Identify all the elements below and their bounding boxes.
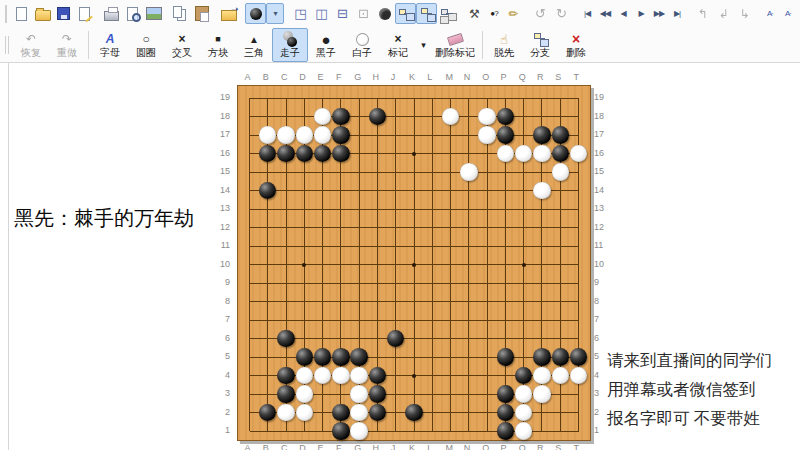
coord-label-left: 7 [200,314,230,324]
black-stone[interactable] [259,145,276,162]
new-file-icon [13,5,31,23]
paste-button[interactable] [191,3,212,24]
play-move-icon [281,32,299,47]
black-stone[interactable] [552,126,569,143]
nav-first-move-icon: |◀ [584,9,590,18]
black-stone[interactable] [332,404,349,421]
nav-forward-icon: ▶ [638,9,643,18]
label-letter-icon: A [106,32,115,47]
coord-label-top: O [482,72,489,82]
coord-label-left: 3 [200,388,230,398]
save-file-icon [55,5,73,23]
mark-square-button[interactable]: ■方块 [200,28,236,62]
white-stone[interactable] [314,108,331,125]
nav-back-fast-button[interactable]: ◀◀ [596,3,614,24]
coord-label-right: 4 [594,370,599,380]
window-split-vertical-button[interactable]: ◫ [311,3,332,24]
redo-icon: ↷ [62,32,72,47]
white-stone[interactable] [570,367,587,384]
black-stone[interactable] [332,422,349,439]
delete-node-label: 删除 [566,48,586,58]
copy-icon [172,5,190,23]
black-stone[interactable] [497,126,514,143]
window-extra-icon: ⊡ [358,6,369,21]
coord-label-bottom: O [482,443,489,450]
paint-brush-button[interactable]: ✏ [503,3,524,24]
coord-label-top: M [446,72,454,82]
black-stone[interactable] [296,145,313,162]
branch-label: 分支 [530,48,550,58]
mark-cross-button[interactable]: ×交叉 [164,28,200,62]
coord-label-right: 18 [594,111,604,121]
toolbar-grip [5,5,7,23]
black-stone[interactable] [314,348,331,365]
coord-label-right: 3 [594,388,599,398]
coord-label-top: A [245,72,251,82]
branch-button[interactable]: 分支 [522,28,558,62]
coord-label-bottom: E [318,443,324,450]
next-to-play-caret-button[interactable]: ▾ [266,3,284,24]
black-stone[interactable] [515,367,532,384]
white-stone[interactable] [533,145,550,162]
white-stone[interactable] [296,367,313,384]
coord-label-left: 17 [200,129,230,139]
black-stone[interactable] [332,126,349,143]
toolbar-grip [5,36,9,54]
toolbar-separator [482,31,483,59]
white-stone[interactable] [515,422,532,439]
white-stone[interactable] [552,163,569,180]
delete-marks-button[interactable]: 删除标记 [431,28,479,62]
mark-triangle-icon: ▲ [249,32,259,47]
black-stone[interactable] [369,385,386,402]
coord-label-bottom: A [245,443,251,450]
nav-back-button[interactable]: ◀ [614,3,632,24]
white-stone[interactable] [552,367,569,384]
white-stone[interactable] [350,404,367,421]
tree-view-branch-icon [418,5,436,23]
black-stone[interactable] [332,145,349,162]
coord-label-top: R [537,72,544,82]
coord-label-top: T [574,72,580,82]
coord-label-right: 9 [594,277,599,287]
black-stone[interactable] [533,126,550,143]
coord-label-left: 10 [200,259,230,269]
coord-label-bottom: H [372,443,379,450]
tools-icon: ⚒ [469,7,480,21]
tenuki-label: 脱先 [494,48,514,58]
white-stone[interactable] [314,367,331,384]
black-stone[interactable] [497,404,514,421]
star-point [302,263,306,267]
board-wood[interactable] [237,85,591,441]
coord-label-bottom: K [409,443,415,450]
star-point [412,374,416,378]
signin-caption-line: 报名字即可 不要带姓 [607,404,772,433]
board-setup-icon [220,5,238,23]
print-preview-icon [124,5,142,23]
toolbar-separator [88,31,89,59]
white-stone[interactable] [533,367,550,384]
coord-label-right: 15 [594,166,604,176]
tree-view-all-icon [439,5,457,23]
white-stone[interactable] [350,385,367,402]
white-stone[interactable] [570,145,587,162]
coord-label-right: 17 [594,129,604,139]
open-file-button[interactable] [32,3,53,24]
black-stone[interactable] [314,145,331,162]
coord-label-bottom: G [354,443,361,450]
black-stone[interactable] [552,348,569,365]
white-stone[interactable] [533,385,550,402]
undo-button[interactable]: ↶恢复 [13,28,49,62]
find-move-button[interactable]: A· [761,3,779,24]
export-image-icon [145,5,163,23]
guess-mode-icon: ●? [490,9,497,18]
signin-caption-line: 用弹幕或者微信签到 [607,375,772,404]
next-to-play-black-icon [247,5,265,23]
new-file-button[interactable] [11,3,32,24]
tree-view-branch-icon [418,5,436,23]
coord-label-right: 11 [594,240,603,250]
coord-label-top: F [336,72,342,82]
white-stone[interactable] [478,108,495,125]
white-stone[interactable] [332,367,349,384]
black-stone[interactable] [387,330,404,347]
print-preview-button[interactable] [122,3,143,24]
problem-caption: 黑先：棘手的万年劫 [14,205,194,232]
coord-label-bottom: D [299,443,306,450]
grid-line [432,98,433,431]
coord-label-top: B [263,72,269,82]
white-stone[interactable] [259,126,276,143]
black-stone[interactable] [332,108,349,125]
coord-label-left: 11 [200,240,230,250]
coord-label-bottom: B [263,443,269,450]
white-stone[interactable] [350,367,367,384]
branch-icon [531,30,549,48]
mark-square-icon: ■ [215,32,220,47]
nav-last-move-icon: ▶| [674,9,680,18]
coord-label-right: 12 [594,222,604,232]
delete-marks-icon [446,30,464,48]
toolbar-main: ▾◳◫⊟⊡⚒●?✏↺↻|◀◀◀◀▶▶▶▶|↰↲↳A·A·AA←AA→ [0,0,800,27]
black-stone[interactable] [533,348,550,365]
coord-label-bottom: F [336,443,342,450]
clock-button[interactable] [374,3,395,24]
coord-label-left: 6 [200,333,230,343]
black-stone[interactable] [497,385,514,402]
black-stone[interactable] [296,348,313,365]
grid-line [250,283,579,284]
mark-circle-button[interactable]: ○圆圈 [128,28,164,62]
coord-label-top: E [318,72,324,82]
delete-node-button[interactable]: ×删除 [558,28,594,62]
coord-label-top: N [464,72,471,82]
new-file-icon [13,5,31,23]
branch-next-icon: ↳ [739,7,749,21]
mark-circle-label: 圆圈 [136,48,156,58]
coord-label-right: 19 [594,92,604,102]
play-move-icon [281,30,299,48]
coord-label-left: 15 [200,166,230,176]
mark-cross-icon: × [178,32,185,47]
grid-line [450,98,451,431]
coord-label-top: K [409,72,415,82]
window-split-vertical-icon: ◫ [315,6,327,21]
coord-label-top: Q [519,72,526,82]
white-stone[interactable] [478,126,495,143]
black-stone[interactable] [497,108,514,125]
undo-label: 恢复 [21,48,41,58]
coord-label-right: 8 [594,296,599,306]
grid-line [250,301,579,302]
black-stone[interactable] [277,385,294,402]
white-stone[interactable] [296,126,313,143]
coord-label-right: 14 [594,185,604,195]
paste-icon [193,5,211,23]
window-split-horizontal-button[interactable]: ⊟ [332,3,353,24]
place-white-icon [353,30,371,48]
save-file-icon [55,5,73,23]
white-stone[interactable] [314,126,331,143]
clock-icon [376,5,394,23]
label-letter-button[interactable]: A字母 [92,28,128,62]
coord-label-left: 4 [200,370,230,380]
coord-label-bottom: C [281,443,288,450]
place-black-button[interactable]: ●黑子 [308,28,344,62]
tree-view-main-icon [397,5,415,23]
tenuki-button[interactable]: ☝脱先 [486,28,522,62]
save-file-button[interactable] [53,3,74,24]
delete-node-icon: × [572,32,580,47]
tools-button[interactable]: ⚒ [464,3,485,24]
open-file-icon [34,5,52,23]
branch-next-button[interactable]: ↳ [734,3,755,24]
coord-label-left: 12 [200,222,230,232]
mark-triangle-label: 三角 [244,48,264,58]
tree-view-branch-button[interactable] [416,3,437,24]
coord-label-left: 14 [200,185,230,195]
paste-icon [193,5,211,23]
coord-label-bottom: T [574,443,580,450]
coord-label-bottom: J [391,443,396,450]
black-stone[interactable] [259,404,276,421]
coord-label-top: D [299,72,306,82]
coord-label-right: 6 [594,333,599,343]
white-stone[interactable] [442,108,459,125]
rotate-left-icon: ↺ [535,6,546,21]
mark-triangle-button[interactable]: ▲三角 [236,28,272,62]
mark-tool-caret-button[interactable]: ▾ [416,28,431,62]
branch-previous-button[interactable]: ↲ [713,3,734,24]
black-stone[interactable] [369,404,386,421]
coord-label-right: 16 [594,148,604,158]
coord-label-right: 5 [594,351,599,361]
coord-label-left: 1 [200,425,230,435]
coord-label-left: 19 [200,92,230,102]
paint-brush-icon: ✏ [508,7,518,21]
coord-label-right: 13 [594,203,604,213]
coord-label-bottom: S [555,443,561,450]
guess-mode-button[interactable]: ●? [485,3,503,24]
toolbar-edit: ↶恢复↷重做A字母○圆圈×交叉■方块▲三角走子●黑子白子×标记▾删除标记☝脱先分… [0,27,800,63]
star-point [522,263,526,267]
coord-label-bottom: N [464,443,471,450]
window-restore-button[interactable]: ◳ [290,3,311,24]
open-file-icon [34,5,52,23]
coord-label-top: C [281,72,288,82]
signin-caption: 请来到直播间的同学们用弹幕或者微信签到报名字即可 不要带姓 [607,346,772,433]
next-to-play-black-icon [247,5,265,23]
place-black-icon: ● [321,32,330,47]
coord-label-left: 8 [200,296,230,306]
rotate-right-button[interactable]: ↻ [551,3,572,24]
play-move-label: 走子 [280,48,300,58]
star-point [412,263,416,267]
coord-label-left: 2 [200,407,230,417]
grid-line [250,338,579,339]
print-icon [103,5,121,23]
tree-view-main-icon [397,5,415,23]
white-stone[interactable] [515,145,532,162]
mark-tool-label: 标记 [388,48,408,58]
black-stone[interactable] [332,348,349,365]
grid-line [250,320,579,321]
white-stone[interactable] [296,385,313,402]
redo-label: 重做 [57,48,77,58]
grid-line [487,98,488,431]
coord-label-top: L [427,72,432,82]
nav-forward-fast-icon: ▶▶ [654,9,664,18]
delete-marks-icon [446,32,464,47]
mark-tool-caret-icon: ▾ [421,37,426,52]
coord-label-left: 5 [200,351,230,361]
tenuki-icon: ☝ [500,32,508,47]
window-extra-button[interactable]: ⊡ [353,3,374,24]
branch-icon [531,32,549,47]
black-stone[interactable] [350,348,367,365]
find-move-icon: A· [767,9,773,18]
copy-icon [172,5,190,23]
print-icon [103,5,121,23]
coord-label-top: H [372,72,379,82]
find-position-button[interactable]: A· [779,3,797,24]
black-stone[interactable] [259,182,276,199]
black-stone[interactable] [552,145,569,162]
next-to-play-caret-icon: ▾ [273,9,276,18]
place-white-button[interactable]: 白子 [344,28,380,62]
black-stone[interactable] [277,145,294,162]
app-window: ▾◳◫⊟⊡⚒●?✏↺↻|◀◀◀◀▶▶▶▶|↰↲↳A·A·AA←AA→ ↶恢复↷重… [0,0,800,450]
black-stone[interactable] [369,367,386,384]
mark-circle-icon: ○ [142,32,149,47]
white-stone[interactable] [533,182,550,199]
coord-label-bottom: Q [519,443,526,450]
coord-label-bottom: M [446,443,454,450]
nav-forward-button[interactable]: ▶ [632,3,650,24]
save-as-icon [76,5,94,23]
window-restore-icon: ◳ [294,6,306,21]
white-stone[interactable] [277,404,294,421]
nav-first-move-button[interactable]: |◀ [578,3,596,24]
coord-label-right: 7 [594,314,599,324]
black-stone[interactable] [277,330,294,347]
next-to-play-black-button[interactable] [245,3,266,24]
mark-square-label: 方块 [208,48,228,58]
save-as-icon [76,5,94,23]
white-stone[interactable] [460,163,477,180]
play-move-button[interactable]: 走子 [272,28,308,62]
mark-tool-button[interactable]: ×标记 [380,28,416,62]
print-button[interactable] [101,3,122,24]
grid-line [468,98,469,431]
branch-previous-icon: ↲ [718,7,728,21]
coord-label-left: 16 [200,148,230,158]
black-stone[interactable] [570,348,587,365]
black-stone[interactable] [405,404,422,421]
export-image-icon [145,5,163,23]
find-position-icon: A· [785,9,791,18]
white-stone[interactable] [497,145,514,162]
coord-label-right: 2 [594,407,599,417]
board-setup-button[interactable] [218,3,239,24]
nav-last-move-button[interactable]: ▶| [668,3,686,24]
place-black-label: 黑子 [316,48,336,58]
label-letter-label: 字母 [100,48,120,58]
nav-back-icon: ◀ [620,9,625,18]
black-stone[interactable] [497,422,514,439]
black-stone[interactable] [497,348,514,365]
coord-label-left: 18 [200,111,230,121]
black-stone[interactable] [277,367,294,384]
coord-label-top: J [391,72,396,82]
panel-divider [8,63,9,450]
black-stone[interactable] [369,108,386,125]
coord-label-top: G [354,72,361,82]
redo-button[interactable]: ↷重做 [49,28,85,62]
undo-icon: ↶ [26,32,36,47]
white-stone[interactable] [515,385,532,402]
white-stone[interactable] [277,126,294,143]
rotate-left-button[interactable]: ↺ [530,3,551,24]
main-area: 黑先：棘手的万年劫 AABBCCDDEEFFGGHHJJKKLLMMNNOOPP… [0,63,800,450]
coord-label-bottom: P [500,443,506,450]
place-white-label: 白子 [352,48,372,58]
copy-button[interactable] [170,3,191,24]
branch-up-icon: ↰ [697,7,707,21]
coord-label-bottom: R [537,443,544,450]
export-image-button[interactable] [143,3,164,24]
white-stone[interactable] [515,404,532,421]
place-white-icon [353,32,371,47]
save-as-button[interactable] [74,3,95,24]
nav-back-fast-icon: ◀◀ [600,9,610,18]
tree-view-all-icon [439,5,457,23]
nav-forward-fast-button[interactable]: ▶▶ [650,3,668,24]
coord-label-right: 1 [594,425,599,435]
coord-label-right: 10 [594,259,604,269]
go-board[interactable]: AABBCCDDEEFFGGHHJJKKLLMMNNOOPPQQRRSSTT19… [194,70,618,450]
coord-label-top: S [555,72,561,82]
tree-view-main-button[interactable] [395,3,416,24]
signin-caption-line: 请来到直播间的同学们 [607,346,772,375]
white-stone[interactable] [296,404,313,421]
branch-up-button[interactable]: ↰ [692,3,713,24]
tree-view-all-button[interactable] [437,3,458,24]
white-stone[interactable] [350,422,367,439]
coord-label-left: 13 [200,203,230,213]
